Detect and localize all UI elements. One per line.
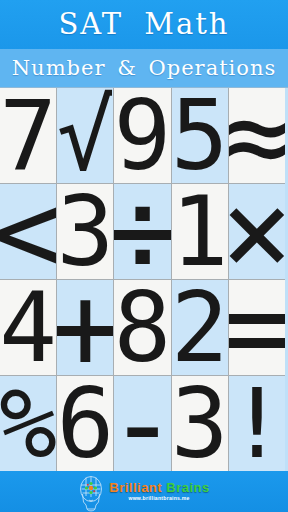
- grid-cell[interactable]: +: [57, 280, 113, 375]
- grid-cell[interactable]: %: [0, 376, 56, 471]
- grid-cell[interactable]: 9: [114, 88, 170, 183]
- brain-head-icon: [78, 476, 104, 512]
- grid-cell[interactable]: √: [57, 88, 113, 183]
- grid-cell[interactable]: 3: [172, 376, 228, 471]
- grid-cell[interactable]: 8: [114, 280, 170, 375]
- grid-cell[interactable]: 6: [57, 376, 113, 471]
- brilliant-brains-logo: Brilliant Brains www.brilliantbrains.me: [109, 481, 210, 502]
- footer-bar: Brilliant Brains www.brilliantbrains.me: [0, 471, 288, 512]
- grid-cell[interactable]: ≈: [229, 88, 285, 183]
- brand-website: www.brilliantbrains.me: [129, 496, 190, 501]
- grid-cell[interactable]: 5: [172, 88, 228, 183]
- brand-word-brains: Brains: [166, 480, 209, 495]
- symbol-grid-area: 7 √ 9 5 ≈ < 3 ÷ 1 × 4 + 8 2 = % 6 - 3 !: [0, 88, 288, 471]
- grid-cell[interactable]: 1: [172, 184, 228, 279]
- brand-word-brilliant: Brilliant: [109, 480, 162, 495]
- app-screen: SAT Math Number & Operations 7 √ 9 5 ≈ <…: [0, 0, 288, 512]
- grid-cell[interactable]: -: [114, 376, 170, 471]
- grid-cell[interactable]: 7: [0, 88, 56, 183]
- grid-cell[interactable]: !: [229, 376, 285, 471]
- app-title: SAT Math: [58, 7, 229, 41]
- category-title: Number & Operations: [12, 56, 277, 80]
- grid-cell[interactable]: 4: [0, 280, 56, 375]
- symbol-grid: 7 √ 9 5 ≈ < 3 ÷ 1 × 4 + 8 2 = % 6 - 3 !: [0, 88, 285, 471]
- category-banner: Number & Operations: [0, 49, 288, 89]
- grid-cell[interactable]: ÷: [114, 184, 170, 279]
- grid-cell[interactable]: =: [229, 280, 285, 375]
- app-header: SAT Math: [0, 0, 288, 49]
- grid-cell[interactable]: <: [0, 184, 56, 279]
- grid-cell[interactable]: 2: [172, 280, 228, 375]
- grid-cell[interactable]: 3: [57, 184, 113, 279]
- brand-name: Brilliant Brains: [109, 481, 210, 494]
- grid-cell[interactable]: ×: [229, 184, 285, 279]
